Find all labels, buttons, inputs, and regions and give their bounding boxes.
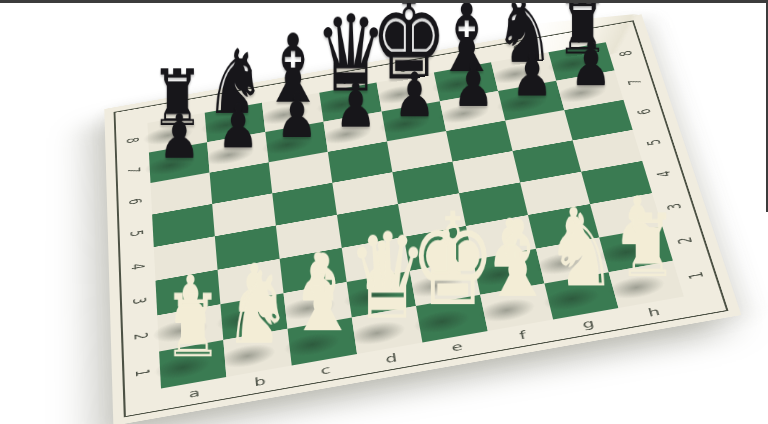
piece-black-pawn-c7[interactable]: ♟ (276, 85, 318, 147)
piece-black-pawn-b7[interactable]: ♟ (217, 95, 259, 157)
photo-top-border (0, 0, 768, 3)
board-tilt-wrapper: ♜♞♝♛♚♝♞♜♟♟♟♟♟♟♟♟♟♟♟♟♟♟♟♟♜♞♝♛♚♝♞♜ 8877665… (104, 14, 741, 424)
piece-white-bishop-f1[interactable]: ♝ (481, 206, 553, 312)
piece-black-pawn-a7[interactable]: ♟ (158, 106, 200, 168)
piece-black-pawn-d7[interactable]: ♟ (335, 75, 377, 137)
piece-white-rook-a1[interactable]: ♜ (163, 283, 222, 370)
square-c5[interactable] (272, 183, 337, 226)
piece-white-rook-h1[interactable]: ♜ (618, 203, 677, 290)
vinyl-chess-mat: ♜♞♝♛♚♝♞♜♟♟♟♟♟♟♟♟♟♟♟♟♟♟♟♟♜♞♝♛♚♝♞♜ 8877665… (104, 14, 741, 424)
chess-set-photo: ♜♞♝♛♚♝♞♜♟♟♟♟♟♟♟♟♟♟♟♟♟♟♟♟♜♞♝♛♚♝♞♜ 8877665… (0, 0, 768, 424)
square-h5[interactable] (573, 130, 643, 172)
piece-white-knight-b1[interactable]: ♞ (224, 259, 292, 359)
piece-white-knight-g1[interactable]: ♞ (549, 201, 617, 301)
